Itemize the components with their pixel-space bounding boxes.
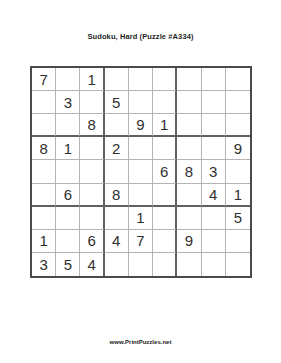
cell-r2c1[interactable] — [32, 91, 56, 114]
cell-r4c1[interactable]: 8 — [32, 137, 56, 160]
cell-r7c5[interactable]: 1 — [129, 207, 153, 230]
cell-r1c3[interactable]: 1 — [80, 68, 104, 91]
cell-r7c1[interactable] — [32, 207, 56, 230]
cell-r8c1[interactable]: 1 — [32, 230, 56, 253]
cell-r1c9[interactable] — [226, 68, 250, 91]
cell-r9c9[interactable] — [226, 253, 250, 276]
cell-r9c8[interactable] — [202, 253, 226, 276]
cell-r9c5[interactable] — [129, 253, 153, 276]
cell-r5c5[interactable] — [129, 160, 153, 183]
cell-r8c8[interactable] — [202, 230, 226, 253]
cell-r2c2[interactable]: 3 — [56, 91, 80, 114]
cell-r9c7[interactable] — [177, 253, 201, 276]
sudoku-board: 7135891812968368411516479354 — [30, 66, 252, 278]
cell-r7c3[interactable] — [80, 207, 104, 230]
footer-credit: www.PrintPuzzles.net — [0, 339, 281, 345]
cell-r5c8[interactable]: 3 — [202, 160, 226, 183]
cell-r2c8[interactable] — [202, 91, 226, 114]
cell-r1c8[interactable] — [202, 68, 226, 91]
cell-r4c3[interactable] — [80, 137, 104, 160]
cell-r5c4[interactable] — [105, 160, 129, 183]
cell-r9c3[interactable]: 4 — [80, 253, 104, 276]
cell-r3c7[interactable] — [177, 114, 201, 137]
cell-r7c9[interactable]: 5 — [226, 207, 250, 230]
cell-r2c3[interactable] — [80, 91, 104, 114]
cell-r9c2[interactable]: 5 — [56, 253, 80, 276]
cell-r3c1[interactable] — [32, 114, 56, 137]
cell-r3c3[interactable]: 8 — [80, 114, 104, 137]
cell-r6c1[interactable] — [32, 184, 56, 207]
cell-r3c9[interactable] — [226, 114, 250, 137]
cell-r6c2[interactable]: 6 — [56, 184, 80, 207]
cell-r8c5[interactable]: 7 — [129, 230, 153, 253]
cell-r3c2[interactable] — [56, 114, 80, 137]
cell-r8c2[interactable] — [56, 230, 80, 253]
cell-r4c4[interactable]: 2 — [105, 137, 129, 160]
cell-r6c8[interactable]: 4 — [202, 184, 226, 207]
cell-r5c3[interactable] — [80, 160, 104, 183]
cell-r4c2[interactable]: 1 — [56, 137, 80, 160]
cell-r7c4[interactable] — [105, 207, 129, 230]
cell-r6c3[interactable] — [80, 184, 104, 207]
cell-r4c5[interactable] — [129, 137, 153, 160]
cell-r8c7[interactable]: 9 — [177, 230, 201, 253]
cell-r3c5[interactable]: 9 — [129, 114, 153, 137]
cell-r1c6[interactable] — [153, 68, 177, 91]
cell-r5c9[interactable] — [226, 160, 250, 183]
cell-r6c4[interactable]: 8 — [105, 184, 129, 207]
cell-r8c9[interactable] — [226, 230, 250, 253]
cell-r2c5[interactable] — [129, 91, 153, 114]
cell-r8c6[interactable] — [153, 230, 177, 253]
cell-r7c2[interactable] — [56, 207, 80, 230]
page-title: Sudoku, Hard (Puzzle #A334) — [0, 32, 281, 41]
cell-r9c6[interactable] — [153, 253, 177, 276]
cell-r5c1[interactable] — [32, 160, 56, 183]
cell-r8c3[interactable]: 6 — [80, 230, 104, 253]
cell-r2c6[interactable] — [153, 91, 177, 114]
cell-r6c9[interactable]: 1 — [226, 184, 250, 207]
cell-r1c4[interactable] — [105, 68, 129, 91]
cell-r9c4[interactable] — [105, 253, 129, 276]
cell-r5c6[interactable]: 6 — [153, 160, 177, 183]
cell-r3c8[interactable] — [202, 114, 226, 137]
cell-r1c5[interactable] — [129, 68, 153, 91]
cell-r2c4[interactable]: 5 — [105, 91, 129, 114]
cell-r7c8[interactable] — [202, 207, 226, 230]
cell-r6c5[interactable] — [129, 184, 153, 207]
cell-r1c2[interactable] — [56, 68, 80, 91]
cell-r2c9[interactable] — [226, 91, 250, 114]
cell-r3c6[interactable]: 1 — [153, 114, 177, 137]
cell-r7c7[interactable] — [177, 207, 201, 230]
cell-r9c1[interactable]: 3 — [32, 253, 56, 276]
cell-r7c6[interactable] — [153, 207, 177, 230]
cell-r1c7[interactable] — [177, 68, 201, 91]
cell-r1c1[interactable]: 7 — [32, 68, 56, 91]
cell-r4c6[interactable] — [153, 137, 177, 160]
cell-r6c6[interactable] — [153, 184, 177, 207]
cell-r4c9[interactable]: 9 — [226, 137, 250, 160]
cell-r5c2[interactable] — [56, 160, 80, 183]
cell-r8c4[interactable]: 4 — [105, 230, 129, 253]
cell-r5c7[interactable]: 8 — [177, 160, 201, 183]
cell-r4c8[interactable] — [202, 137, 226, 160]
cell-r6c7[interactable] — [177, 184, 201, 207]
cell-r2c7[interactable] — [177, 91, 201, 114]
cell-r4c7[interactable] — [177, 137, 201, 160]
cell-r3c4[interactable] — [105, 114, 129, 137]
